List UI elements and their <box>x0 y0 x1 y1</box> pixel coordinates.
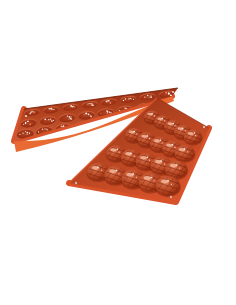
speckle <box>90 103 91 104</box>
speckle <box>130 98 131 99</box>
speckle <box>84 114 85 115</box>
dome-glint-dot <box>149 160 150 161</box>
speckle <box>107 111 109 113</box>
dome-glint-dot <box>154 115 155 116</box>
dome-glint-dot <box>151 113 153 115</box>
dome-glint-dot <box>164 120 165 121</box>
speckle <box>151 95 152 96</box>
speckle <box>74 107 75 108</box>
speckle <box>92 104 94 106</box>
speckle <box>133 99 134 100</box>
speckle <box>147 95 148 96</box>
speckle <box>53 120 54 121</box>
speckle <box>73 105 75 107</box>
speckle <box>23 124 24 125</box>
speckle <box>105 121 106 122</box>
speckle <box>27 121 29 123</box>
speckle <box>71 116 72 117</box>
dome-glint-dot <box>174 125 175 126</box>
speckle <box>52 109 53 110</box>
dome-glint <box>109 169 116 173</box>
dome-glint-dot <box>147 156 149 158</box>
speckle <box>149 97 150 98</box>
speckle <box>26 132 28 134</box>
speckle <box>42 128 43 129</box>
speckle <box>49 108 50 109</box>
speckle <box>91 104 93 106</box>
speckle <box>66 130 67 131</box>
corner-hole <box>75 182 77 184</box>
speckle <box>48 119 50 121</box>
dome-glint-dot <box>130 153 132 155</box>
dome-glint <box>168 122 173 125</box>
speckle <box>150 95 151 96</box>
speckle <box>125 98 126 99</box>
speckle <box>51 120 53 122</box>
dome-glint <box>170 164 177 168</box>
speckle <box>90 115 92 117</box>
corner-hole <box>170 196 172 198</box>
dome-glint-dot <box>162 142 163 143</box>
dome-glint-dot <box>195 135 196 136</box>
speckle <box>29 124 30 125</box>
speckle <box>71 118 73 120</box>
speckle <box>168 93 170 95</box>
speckle <box>100 120 101 121</box>
back-mold-corner-hole <box>172 91 174 93</box>
speckle <box>125 108 126 109</box>
dome-glint <box>111 148 117 151</box>
speckle <box>68 119 69 120</box>
dome-glint <box>154 139 160 142</box>
speckle <box>131 98 132 99</box>
speckle <box>38 131 39 132</box>
dome-glint-dot <box>118 173 119 174</box>
dome-glint-dot <box>119 152 120 153</box>
speckle <box>123 100 124 101</box>
speckle <box>89 103 90 104</box>
speckle <box>150 96 152 98</box>
dome-glint-dot <box>134 131 136 133</box>
speckle <box>100 113 101 114</box>
dome-glint <box>127 173 134 177</box>
speckle <box>85 113 87 115</box>
speckle <box>29 113 30 114</box>
speckle <box>69 116 71 118</box>
speckle <box>128 98 130 100</box>
speckle <box>47 129 48 130</box>
dome-glint-dot <box>187 151 188 152</box>
speckle <box>53 109 54 110</box>
speckle <box>67 115 68 116</box>
dome-glint <box>142 135 148 138</box>
dome-glint-dot <box>101 170 102 171</box>
dome-glint <box>140 156 146 159</box>
dome-glint-dot <box>173 123 175 125</box>
speckle <box>99 121 101 123</box>
dome-glint-dot <box>153 180 154 181</box>
dome-glint-dot <box>133 173 135 175</box>
dome-glint-dot <box>174 147 175 148</box>
dome-glint-dot <box>97 166 99 168</box>
speckle <box>61 126 63 128</box>
speckle <box>108 100 110 102</box>
dome-glint <box>167 143 173 146</box>
product-photo-stage <box>0 0 236 305</box>
dome-glint <box>161 179 168 183</box>
dome-glint <box>188 132 193 135</box>
dome-glint-dot <box>136 177 137 178</box>
speckle <box>106 101 107 102</box>
dome-glint-dot <box>149 138 150 139</box>
speckle <box>88 113 90 115</box>
speckle <box>44 118 46 120</box>
corner-hole <box>203 126 205 128</box>
dome-glint-dot <box>136 133 137 134</box>
dome-glint-dot <box>160 160 162 162</box>
dome-glint <box>129 130 134 133</box>
speckle <box>25 122 26 123</box>
dome-glint-dot <box>147 135 149 137</box>
speckle <box>29 133 30 134</box>
speckle <box>30 112 32 114</box>
dome-glint-dot <box>151 177 153 179</box>
dome-glint <box>144 176 151 180</box>
speckle <box>85 126 86 127</box>
speckle <box>22 133 23 134</box>
dome-glint-dot <box>176 164 178 166</box>
dome-glint-dot <box>179 168 180 169</box>
dome-glint-dot <box>167 180 169 182</box>
speckle <box>101 120 102 121</box>
speckle <box>87 104 88 105</box>
speckle <box>109 112 110 113</box>
speckle <box>25 131 26 132</box>
dome-glint-dot <box>160 140 162 142</box>
dome-glint-dot <box>116 170 118 172</box>
speckle <box>44 128 45 129</box>
dome-glint-dot <box>182 127 184 129</box>
speckle <box>171 95 172 96</box>
back-mold-corner-hole <box>25 115 27 117</box>
dome-glint-dot <box>194 132 196 134</box>
silicone-molds-photo <box>0 0 236 305</box>
dome-glint-dot <box>171 184 172 185</box>
speckle <box>144 96 146 98</box>
speckle <box>107 112 108 113</box>
dome-glint-dot <box>134 156 135 157</box>
dome-glint-dot <box>164 164 165 165</box>
speckle <box>126 108 127 109</box>
speckle <box>19 134 20 135</box>
speckle <box>50 119 51 120</box>
speckle <box>31 111 32 112</box>
speckle <box>165 92 167 94</box>
dome-glint-dot <box>162 118 164 120</box>
dome-glint-dot <box>185 130 186 131</box>
dome-glint-dot <box>184 148 186 150</box>
speckle <box>27 133 28 134</box>
speckle <box>110 102 111 103</box>
dome-glint-dot <box>172 144 174 146</box>
dome-glint-dot <box>117 149 119 151</box>
speckle <box>34 112 35 113</box>
